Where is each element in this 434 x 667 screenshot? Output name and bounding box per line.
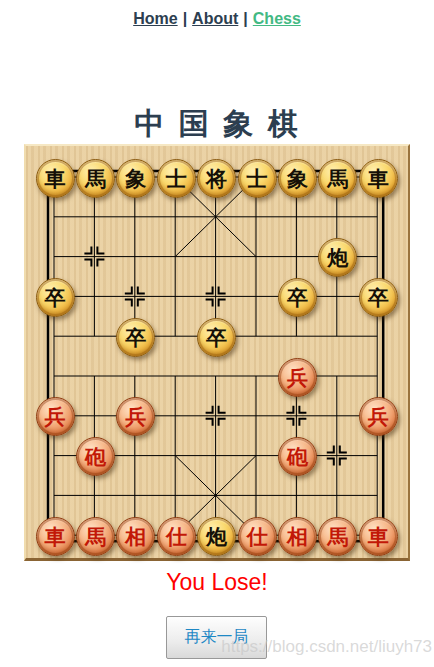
piece-red-1-7[interactable]: 砲	[76, 437, 115, 476]
play-again-button[interactable]: 再来一局	[166, 616, 267, 659]
top-nav: Home|About|Chess	[0, 10, 434, 28]
piece-red-0-6[interactable]: 兵	[36, 397, 75, 436]
piece-black-1-0[interactable]: 馬	[76, 159, 115, 198]
piece-red-5-9[interactable]: 仕	[238, 517, 277, 556]
piece-red-6-5[interactable]: 兵	[278, 358, 317, 397]
piece-black-6-3[interactable]: 卒	[278, 278, 317, 317]
piece-red-7-9[interactable]: 馬	[318, 517, 357, 556]
piece-black-7-0[interactable]: 馬	[318, 159, 357, 198]
piece-black-4-9[interactable]: 炮	[197, 517, 236, 556]
piece-red-2-9[interactable]: 相	[116, 517, 155, 556]
piece-black-0-3[interactable]: 卒	[36, 278, 75, 317]
nav-link-chess[interactable]: Chess	[253, 10, 301, 27]
page-title: 中 国 象 棋	[0, 104, 434, 145]
nav-link-home[interactable]: Home	[133, 10, 177, 27]
piece-black-4-0[interactable]: 将	[197, 159, 236, 198]
piece-black-8-3[interactable]: 卒	[359, 278, 398, 317]
piece-black-5-0[interactable]: 士	[238, 159, 277, 198]
nav-separator: |	[243, 10, 247, 27]
piece-red-1-9[interactable]: 馬	[76, 517, 115, 556]
game-status-message: You Lose!	[0, 569, 434, 596]
page: Home|About|Chess 中 国 象 棋 車馬象士将士象馬車炮卒卒卒卒卒…	[0, 0, 434, 667]
piece-black-0-0[interactable]: 車	[36, 159, 75, 198]
nav-link-about[interactable]: About	[192, 10, 238, 27]
piece-red-0-9[interactable]: 車	[36, 517, 75, 556]
piece-black-2-0[interactable]: 象	[116, 159, 155, 198]
piece-black-3-0[interactable]: 士	[157, 159, 196, 198]
piece-black-4-4[interactable]: 卒	[197, 318, 236, 357]
piece-black-8-0[interactable]: 車	[359, 159, 398, 198]
nav-separator: |	[183, 10, 187, 27]
piece-black-2-4[interactable]: 卒	[116, 318, 155, 357]
piece-red-6-7[interactable]: 砲	[278, 437, 317, 476]
piece-red-8-9[interactable]: 車	[359, 517, 398, 556]
piece-black-6-0[interactable]: 象	[278, 159, 317, 198]
piece-red-6-9[interactable]: 相	[278, 517, 317, 556]
xiangqi-board[interactable]: 車馬象士将士象馬車炮卒卒卒卒卒兵兵兵兵砲砲車馬相仕炮仕相馬車	[24, 144, 410, 561]
piece-red-8-6[interactable]: 兵	[359, 397, 398, 436]
piece-red-3-9[interactable]: 仕	[157, 517, 196, 556]
